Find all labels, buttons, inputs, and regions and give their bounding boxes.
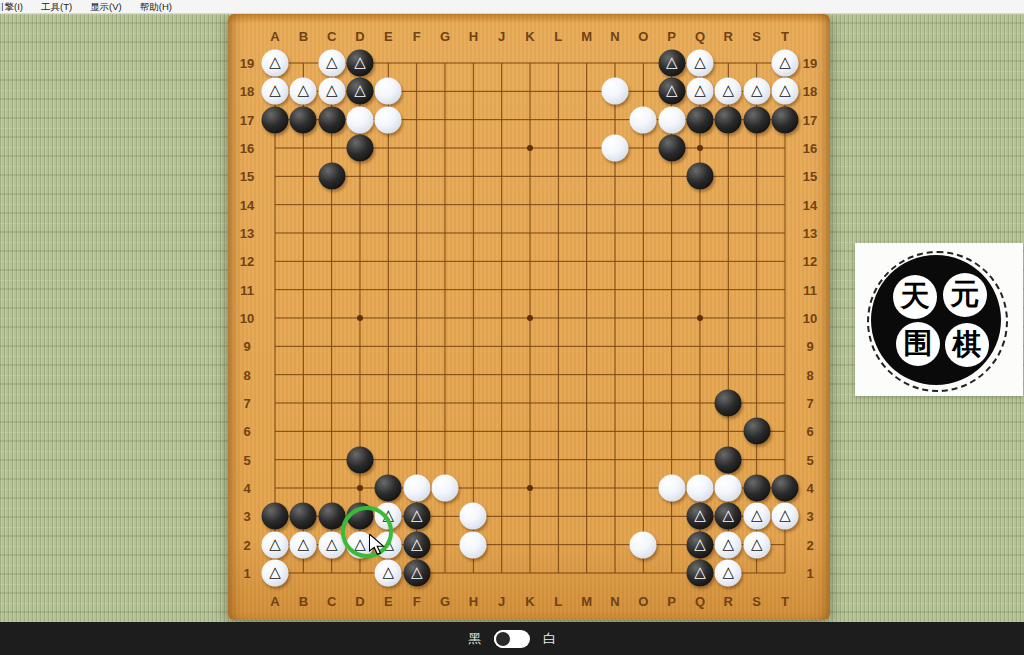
triangle-mark: △ [771, 78, 798, 105]
coord-label-bottom-N: N [610, 594, 619, 609]
coord-label-bottom-B: B [299, 594, 308, 609]
coord-label-top-C: C [327, 29, 336, 44]
stone-white-R4 [715, 474, 742, 501]
stone-black-A17 [262, 106, 289, 133]
coord-label-left-5: 5 [243, 452, 250, 467]
stone-white-A19: △ [262, 50, 289, 77]
stone-white-R1: △ [715, 559, 742, 586]
coord-label-left-12: 12 [240, 254, 254, 269]
logo-char-wei: 围 [896, 322, 940, 366]
stone-white-T3: △ [771, 503, 798, 530]
coord-label-left-3: 3 [243, 509, 250, 524]
triangle-mark: △ [771, 503, 798, 530]
coord-label-right-18: 18 [803, 84, 817, 99]
stone-white-T18: △ [771, 78, 798, 105]
stone-white-C19: △ [318, 50, 345, 77]
stone-black-Q15 [686, 163, 713, 190]
coord-label-top-J: J [498, 29, 505, 44]
menu-item-engine[interactable]: 引擎(I) [0, 0, 32, 13]
coord-label-top-F: F [413, 29, 421, 44]
triangle-mark: △ [771, 50, 798, 77]
coord-label-left-18: 18 [240, 84, 254, 99]
stone-black-D16 [346, 134, 373, 161]
triangle-mark: △ [346, 50, 373, 77]
coord-label-left-10: 10 [240, 310, 254, 325]
coord-label-top-Q: Q [695, 29, 705, 44]
stone-black-D5 [346, 446, 373, 473]
stone-black-Q1: △ [686, 559, 713, 586]
coord-label-top-P: P [667, 29, 676, 44]
triangle-mark: △ [743, 503, 770, 530]
stone-white-S18: △ [743, 78, 770, 105]
mouse-cursor [369, 534, 385, 555]
stone-black-B3 [290, 503, 317, 530]
stone-black-R17 [715, 106, 742, 133]
stone-black-R3: △ [715, 503, 742, 530]
coord-label-bottom-A: A [270, 594, 279, 609]
stone-white-E1: △ [375, 559, 402, 586]
coord-label-left-13: 13 [240, 225, 254, 240]
logo-char-qi: 棋 [945, 323, 989, 367]
coord-label-bottom-D: D [355, 594, 364, 609]
logo-char-yuan: 元 [943, 273, 987, 317]
stone-white-P17 [658, 106, 685, 133]
stone-white-N18 [601, 78, 628, 105]
triangle-mark: △ [686, 78, 713, 105]
stone-white-T19: △ [771, 50, 798, 77]
coord-label-right-7: 7 [806, 395, 813, 410]
coord-label-right-11: 11 [803, 282, 817, 297]
stone-white-B2: △ [290, 531, 317, 558]
stone-black-D18: △ [346, 78, 373, 105]
coord-label-left-17: 17 [240, 112, 254, 127]
triangle-mark: △ [262, 559, 289, 586]
coord-label-top-L: L [554, 29, 562, 44]
triangle-mark: △ [715, 559, 742, 586]
stone-black-C17 [318, 106, 345, 133]
coord-label-bottom-C: C [327, 594, 336, 609]
coord-label-top-H: H [469, 29, 478, 44]
stone-black-S17 [743, 106, 770, 133]
coord-label-bottom-H: H [469, 594, 478, 609]
stone-black-T17 [771, 106, 798, 133]
triangle-mark: △ [686, 531, 713, 558]
triangle-mark: △ [318, 50, 345, 77]
triangle-mark: △ [686, 559, 713, 586]
coord-label-top-M: M [581, 29, 592, 44]
coord-label-bottom-E: E [384, 594, 393, 609]
stone-black-S6 [743, 418, 770, 445]
coord-label-left-7: 7 [243, 395, 250, 410]
stone-white-A1: △ [262, 559, 289, 586]
coord-label-right-10: 10 [803, 310, 817, 325]
stone-white-R2: △ [715, 531, 742, 558]
triangle-mark: △ [346, 78, 373, 105]
stone-white-C18: △ [318, 78, 345, 105]
coord-label-left-11: 11 [240, 282, 254, 297]
coord-label-top-S: S [752, 29, 761, 44]
stone-white-H2 [460, 531, 487, 558]
stone-black-T4 [771, 474, 798, 501]
stone-black-R7 [715, 389, 742, 416]
logo-char-tian: 天 [893, 275, 937, 319]
coord-label-top-D: D [355, 29, 364, 44]
stone-white-N16 [601, 134, 628, 161]
triangle-mark: △ [262, 50, 289, 77]
stone-black-C15 [318, 163, 345, 190]
coord-label-right-19: 19 [803, 56, 817, 71]
stone-black-F3: △ [403, 503, 430, 530]
stone-white-Q4 [686, 474, 713, 501]
coord-label-bottom-T: T [781, 594, 789, 609]
menu-item-tools[interactable]: 工具(T) [32, 0, 81, 13]
triangle-mark: △ [290, 78, 317, 105]
coord-label-left-8: 8 [243, 367, 250, 382]
triangle-mark: △ [743, 531, 770, 558]
stone-white-S3: △ [743, 503, 770, 530]
coord-label-left-15: 15 [240, 169, 254, 184]
coord-label-bottom-G: G [440, 594, 450, 609]
menu-item-help[interactable]: 帮助(H) [131, 0, 181, 13]
stone-white-S2: △ [743, 531, 770, 558]
triangle-mark: △ [318, 78, 345, 105]
coord-label-bottom-S: S [752, 594, 761, 609]
triangle-mark: △ [403, 559, 430, 586]
triangle-mark: △ [686, 50, 713, 77]
stone-white-F4 [403, 474, 430, 501]
triangle-mark: △ [658, 50, 685, 77]
coord-label-bottom-P: P [667, 594, 676, 609]
triangle-mark: △ [715, 531, 742, 558]
coord-label-right-12: 12 [803, 254, 817, 269]
triangle-mark: △ [715, 78, 742, 105]
coord-label-right-5: 5 [806, 452, 813, 467]
black-label: 黑 [468, 630, 481, 648]
stone-white-Q19: △ [686, 50, 713, 77]
menu-bar: 引擎(I) 工具(T) 显示(V) 帮助(H) [0, 0, 1024, 14]
stone-black-P18: △ [658, 78, 685, 105]
coord-label-left-14: 14 [240, 197, 254, 212]
coord-label-right-3: 3 [806, 509, 813, 524]
coord-label-top-E: E [384, 29, 393, 44]
go-board[interactable]: AABBCCDDEEFFGGHHJJKKLLMMNNOOPPQQRRSSTT19… [228, 14, 830, 620]
triangle-mark: △ [403, 503, 430, 530]
stone-white-D17 [346, 106, 373, 133]
coord-label-right-6: 6 [806, 424, 813, 439]
hover-ring-highlight [341, 506, 393, 558]
stone-black-Q17 [686, 106, 713, 133]
triangle-mark: △ [262, 78, 289, 105]
stone-white-G4 [431, 474, 458, 501]
stone-white-R18: △ [715, 78, 742, 105]
coord-label-right-1: 1 [806, 565, 813, 580]
color-toggle[interactable] [494, 630, 530, 648]
coord-label-top-T: T [781, 29, 789, 44]
white-label: 白 [543, 630, 556, 648]
coord-label-top-R: R [724, 29, 733, 44]
triangle-mark: △ [743, 78, 770, 105]
triangle-mark: △ [403, 531, 430, 558]
coord-label-right-17: 17 [803, 112, 817, 127]
coord-label-bottom-F: F [413, 594, 421, 609]
stone-white-E17 [375, 106, 402, 133]
stone-white-Q18: △ [686, 78, 713, 105]
coord-label-left-1: 1 [243, 565, 250, 580]
coord-label-left-4: 4 [243, 480, 250, 495]
coord-label-bottom-J: J [498, 594, 505, 609]
stone-black-R5 [715, 446, 742, 473]
stone-black-A3 [262, 503, 289, 530]
stone-white-O2 [630, 531, 657, 558]
stone-white-O17 [630, 106, 657, 133]
stone-white-A2: △ [262, 531, 289, 558]
coord-label-right-8: 8 [806, 367, 813, 382]
coord-label-right-2: 2 [806, 537, 813, 552]
stone-black-P16 [658, 134, 685, 161]
stone-black-F2: △ [403, 531, 430, 558]
toggle-knob[interactable] [494, 630, 512, 648]
bottom-bar: 黑 白 [0, 622, 1024, 655]
coord-label-bottom-Q: Q [695, 594, 705, 609]
coord-label-top-O: O [638, 29, 648, 44]
coord-label-top-B: B [299, 29, 308, 44]
stone-black-P19: △ [658, 50, 685, 77]
stone-black-E4 [375, 474, 402, 501]
triangle-mark: △ [290, 531, 317, 558]
stone-black-Q2: △ [686, 531, 713, 558]
coord-label-right-13: 13 [803, 225, 817, 240]
stone-black-F1: △ [403, 559, 430, 586]
triangle-mark: △ [375, 559, 402, 586]
coord-label-left-19: 19 [240, 56, 254, 71]
coord-label-bottom-K: K [525, 594, 534, 609]
coord-label-left-6: 6 [243, 424, 250, 439]
coord-label-left-2: 2 [243, 537, 250, 552]
logo-black-disc: 天 元 围 棋 [871, 255, 1001, 385]
tianyuan-weiqi-logo: 天 元 围 棋 [855, 243, 1023, 396]
triangle-mark: △ [715, 503, 742, 530]
stone-white-B18: △ [290, 78, 317, 105]
coord-label-top-G: G [440, 29, 450, 44]
triangle-mark: △ [658, 78, 685, 105]
stone-white-P4 [658, 474, 685, 501]
coord-label-right-4: 4 [806, 480, 813, 495]
coord-label-top-K: K [525, 29, 534, 44]
coord-label-top-N: N [610, 29, 619, 44]
coord-label-right-14: 14 [803, 197, 817, 212]
stone-black-B17 [290, 106, 317, 133]
coord-label-right-16: 16 [803, 140, 817, 155]
coord-label-bottom-R: R [724, 594, 733, 609]
menu-item-view[interactable]: 显示(V) [81, 0, 131, 13]
coord-label-right-9: 9 [806, 339, 813, 354]
board-grid [228, 14, 830, 620]
coord-label-bottom-L: L [554, 594, 562, 609]
stone-black-D19: △ [346, 50, 373, 77]
coord-label-left-9: 9 [243, 339, 250, 354]
stone-white-H3 [460, 503, 487, 530]
coord-label-top-A: A [270, 29, 279, 44]
stone-black-S4 [743, 474, 770, 501]
coord-label-left-16: 16 [240, 140, 254, 155]
triangle-mark: △ [262, 531, 289, 558]
stone-white-A18: △ [262, 78, 289, 105]
coord-label-bottom-O: O [638, 594, 648, 609]
stone-black-Q3: △ [686, 503, 713, 530]
triangle-mark: △ [686, 503, 713, 530]
coord-label-bottom-M: M [581, 594, 592, 609]
coord-label-right-15: 15 [803, 169, 817, 184]
stone-white-E18 [375, 78, 402, 105]
